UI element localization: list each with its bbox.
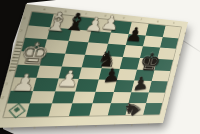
- coord-label: e: [94, 124, 97, 130]
- coord-label: 8: [22, 16, 30, 20]
- coord-label: 6: [179, 53, 184, 56]
- coord-label: 1: [165, 107, 171, 110]
- board-square[interactable]: [149, 81, 168, 92]
- coord-label: 3: [171, 86, 177, 89]
- coord-label: a: [10, 126, 14, 132]
- coord-label: 7: [181, 42, 186, 45]
- chessboard: abcdefgh abcdefgh 87654321 87654321 ♝♝♟♟…: [0, 4, 188, 128]
- coord-label: g: [156, 19, 159, 24]
- coord-label: b: [33, 126, 37, 132]
- coord-label: g: [130, 123, 133, 128]
- board-square[interactable]: [143, 103, 162, 114]
- coord-label: 7: [19, 29, 27, 33]
- screenshot-root: abcdefgh abcdefgh 87654321 87654321 ♝♝♟♟…: [0, 0, 200, 134]
- coord-label: f: [140, 17, 142, 22]
- black-pawn[interactable]: ♟: [132, 73, 150, 93]
- coord-label: h: [172, 21, 175, 26]
- board-square[interactable]: [146, 92, 165, 103]
- coord-label: e: [122, 15, 125, 21]
- coord-label: 2: [168, 96, 174, 99]
- coord-label: 8: [184, 32, 189, 35]
- black-pawn[interactable]: ♟: [102, 65, 122, 85]
- coord-label: f: [113, 123, 115, 129]
- coord-label: d: [74, 125, 77, 131]
- coord-label: h: [147, 123, 150, 128]
- coord-label: 1: [0, 109, 5, 113]
- coord-label: 5: [176, 64, 182, 67]
- coord-label: 4: [173, 75, 179, 78]
- coord-label: c: [54, 125, 57, 131]
